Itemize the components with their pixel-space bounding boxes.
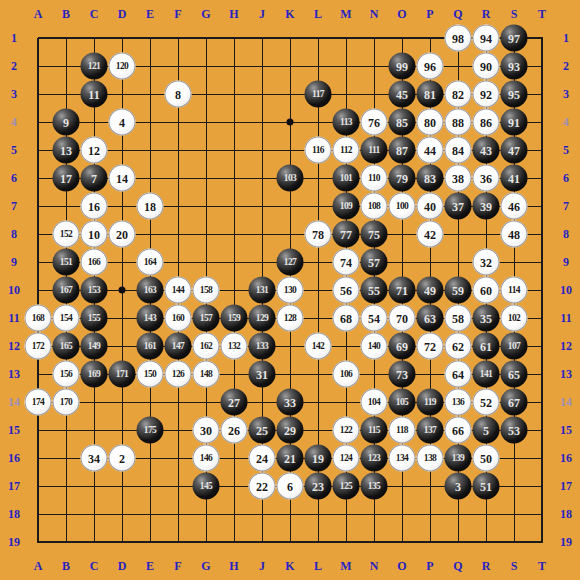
- col-label-bottom-J: J: [259, 560, 265, 572]
- stone-black-31[interactable]: 31: [249, 361, 276, 388]
- stone-black-151[interactable]: 151: [53, 249, 80, 276]
- stone-black-75[interactable]: 75: [361, 221, 388, 248]
- star-point-K4: [287, 119, 294, 126]
- stone-black-113[interactable]: 113: [333, 109, 360, 136]
- row-label-right-18: 18: [560, 508, 572, 520]
- stone-white-40[interactable]: 40: [417, 193, 444, 220]
- row-label-left-18: 18: [8, 508, 20, 520]
- stone-black-169[interactable]: 169: [81, 361, 108, 388]
- stone-white-162[interactable]: 162: [193, 333, 220, 360]
- stone-white-142[interactable]: 142: [305, 333, 332, 360]
- stone-black-39[interactable]: 39: [473, 193, 500, 220]
- stone-black-17[interactable]: 17: [53, 165, 80, 192]
- stone-white-82[interactable]: 82: [445, 81, 472, 108]
- stone-black-97[interactable]: 97: [501, 25, 528, 52]
- stone-black-21[interactable]: 21: [277, 445, 304, 472]
- stone-white-108[interactable]: 108: [361, 193, 388, 220]
- stone-white-4[interactable]: 4: [109, 109, 136, 136]
- stone-black-115[interactable]: 115: [361, 417, 388, 444]
- row-label-left-5: 5: [11, 144, 17, 156]
- col-label-bottom-Q: Q: [453, 560, 462, 572]
- stone-black-143[interactable]: 143: [137, 305, 164, 332]
- stone-black-65[interactable]: 65: [501, 361, 528, 388]
- stone-black-165[interactable]: 165: [53, 333, 80, 360]
- stone-black-59[interactable]: 59: [445, 277, 472, 304]
- stone-white-136[interactable]: 136: [445, 389, 472, 416]
- col-label-top-L: L: [314, 8, 322, 20]
- row-label-right-11: 11: [560, 312, 571, 324]
- stone-black-129[interactable]: 129: [249, 305, 276, 332]
- row-label-right-9: 9: [563, 256, 569, 268]
- stone-black-11[interactable]: 11: [81, 81, 108, 108]
- stone-white-160[interactable]: 160: [165, 305, 192, 332]
- stone-black-147[interactable]: 147: [165, 333, 192, 360]
- stone-white-110[interactable]: 110: [361, 165, 388, 192]
- stone-black-41[interactable]: 41: [501, 165, 528, 192]
- stone-white-58[interactable]: 58: [445, 305, 472, 332]
- stone-white-114[interactable]: 114: [501, 277, 528, 304]
- row-label-left-11: 11: [8, 312, 19, 324]
- stone-black-69[interactable]: 69: [389, 333, 416, 360]
- stone-black-29[interactable]: 29: [277, 417, 304, 444]
- stone-black-85[interactable]: 85: [389, 109, 416, 136]
- stone-black-81[interactable]: 81: [417, 81, 444, 108]
- stone-black-79[interactable]: 79: [389, 165, 416, 192]
- stone-white-134[interactable]: 134: [389, 445, 416, 472]
- stone-white-168[interactable]: 168: [25, 305, 52, 332]
- stone-white-164[interactable]: 164: [137, 249, 164, 276]
- row-label-right-15: 15: [560, 424, 572, 436]
- stone-white-68[interactable]: 68: [333, 305, 360, 332]
- stone-black-167[interactable]: 167: [53, 277, 80, 304]
- stone-white-52[interactable]: 52: [473, 389, 500, 416]
- stone-black-137[interactable]: 137: [417, 417, 444, 444]
- col-label-bottom-D: D: [118, 560, 127, 572]
- row-label-left-17: 17: [8, 480, 20, 492]
- stone-white-118[interactable]: 118: [389, 417, 416, 444]
- stone-black-139[interactable]: 139: [445, 445, 472, 472]
- stone-white-100[interactable]: 100: [389, 193, 416, 220]
- stone-white-96[interactable]: 96: [417, 53, 444, 80]
- stone-black-71[interactable]: 71: [389, 277, 416, 304]
- stone-black-163[interactable]: 163: [137, 277, 164, 304]
- stone-white-42[interactable]: 42: [417, 221, 444, 248]
- col-label-bottom-G: G: [201, 560, 210, 572]
- col-label-top-O: O: [397, 8, 406, 20]
- stone-white-50[interactable]: 50: [473, 445, 500, 472]
- stone-white-94[interactable]: 94: [473, 25, 500, 52]
- stone-black-119[interactable]: 119: [417, 389, 444, 416]
- stone-white-138[interactable]: 138: [417, 445, 444, 472]
- stone-black-105[interactable]: 105: [389, 389, 416, 416]
- stone-white-62[interactable]: 62: [445, 333, 472, 360]
- row-label-right-17: 17: [560, 480, 572, 492]
- stone-white-144[interactable]: 144: [165, 277, 192, 304]
- row-label-right-4: 4: [563, 116, 569, 128]
- stone-black-87[interactable]: 87: [389, 137, 416, 164]
- stone-white-46[interactable]: 46: [501, 193, 528, 220]
- row-label-right-16: 16: [560, 452, 572, 464]
- stone-black-171[interactable]: 171: [109, 361, 136, 388]
- stone-white-170[interactable]: 170: [53, 389, 80, 416]
- stone-black-133[interactable]: 133: [249, 333, 276, 360]
- stone-black-95[interactable]: 95: [501, 81, 528, 108]
- stone-black-49[interactable]: 49: [417, 277, 444, 304]
- stone-black-43[interactable]: 43: [473, 137, 500, 164]
- stone-white-90[interactable]: 90: [473, 53, 500, 80]
- stone-white-54[interactable]: 54: [361, 305, 388, 332]
- stone-white-172[interactable]: 172: [25, 333, 52, 360]
- stone-white-124[interactable]: 124: [333, 445, 360, 472]
- stone-white-174[interactable]: 174: [25, 389, 52, 416]
- row-label-left-12: 12: [8, 340, 20, 352]
- stone-white-156[interactable]: 156: [53, 361, 80, 388]
- stone-black-37[interactable]: 37: [445, 193, 472, 220]
- stone-white-60[interactable]: 60: [473, 277, 500, 304]
- stone-black-57[interactable]: 57: [361, 249, 388, 276]
- stone-black-141[interactable]: 141: [473, 361, 500, 388]
- col-label-top-D: D: [118, 8, 127, 20]
- stone-black-5[interactable]: 5: [473, 417, 500, 444]
- col-label-top-E: E: [146, 8, 154, 20]
- stone-white-128[interactable]: 128: [277, 305, 304, 332]
- stone-black-109[interactable]: 109: [333, 193, 360, 220]
- grid-line-row-18: [38, 514, 543, 515]
- stone-black-13[interactable]: 13: [53, 137, 80, 164]
- row-label-right-19: 19: [560, 536, 572, 548]
- stone-white-10[interactable]: 10: [81, 221, 108, 248]
- stone-black-123[interactable]: 123: [361, 445, 388, 472]
- stone-black-25[interactable]: 25: [249, 417, 276, 444]
- col-label-top-R: R: [482, 8, 491, 20]
- stone-white-76[interactable]: 76: [361, 109, 388, 136]
- stone-white-56[interactable]: 56: [333, 277, 360, 304]
- stone-black-33[interactable]: 33: [277, 389, 304, 416]
- stone-white-102[interactable]: 102: [501, 305, 528, 332]
- stone-black-161[interactable]: 161: [137, 333, 164, 360]
- stone-black-51[interactable]: 51: [473, 473, 500, 500]
- stone-black-117[interactable]: 117: [305, 81, 332, 108]
- stone-white-104[interactable]: 104: [361, 389, 388, 416]
- stone-white-88[interactable]: 88: [445, 109, 472, 136]
- row-label-left-15: 15: [8, 424, 20, 436]
- row-label-left-7: 7: [11, 200, 17, 212]
- col-label-top-S: S: [511, 8, 518, 20]
- stone-white-2[interactable]: 2: [109, 445, 136, 472]
- stone-white-22[interactable]: 22: [249, 473, 276, 500]
- col-label-top-B: B: [62, 8, 70, 20]
- col-label-top-G: G: [201, 8, 210, 20]
- stone-white-130[interactable]: 130: [277, 277, 304, 304]
- stone-white-80[interactable]: 80: [417, 109, 444, 136]
- stone-white-84[interactable]: 84: [445, 137, 472, 164]
- stone-black-145[interactable]: 145: [193, 473, 220, 500]
- stone-black-55[interactable]: 55: [361, 277, 388, 304]
- stone-white-18[interactable]: 18: [137, 193, 164, 220]
- stone-white-152[interactable]: 152: [53, 221, 80, 248]
- row-label-right-6: 6: [563, 172, 569, 184]
- stone-white-66[interactable]: 66: [445, 417, 472, 444]
- stone-white-26[interactable]: 26: [221, 417, 248, 444]
- stone-white-122[interactable]: 122: [333, 417, 360, 444]
- col-label-top-M: M: [340, 8, 351, 20]
- col-label-bottom-S: S: [511, 560, 518, 572]
- stone-black-135[interactable]: 135: [361, 473, 388, 500]
- col-label-bottom-N: N: [370, 560, 379, 572]
- stone-black-157[interactable]: 157: [193, 305, 220, 332]
- stone-black-153[interactable]: 153: [81, 277, 108, 304]
- row-label-left-1: 1: [11, 32, 17, 44]
- stone-white-116[interactable]: 116: [305, 137, 332, 164]
- stone-white-112[interactable]: 112: [333, 137, 360, 164]
- stone-white-120[interactable]: 120: [109, 53, 136, 80]
- row-label-left-13: 13: [8, 368, 20, 380]
- row-label-left-6: 6: [11, 172, 17, 184]
- stone-black-121[interactable]: 121: [81, 53, 108, 80]
- stone-white-132[interactable]: 132: [221, 333, 248, 360]
- row-label-left-19: 19: [8, 536, 20, 548]
- row-label-right-13: 13: [560, 368, 572, 380]
- col-label-bottom-F: F: [174, 560, 181, 572]
- stone-white-14[interactable]: 14: [109, 165, 136, 192]
- star-point-D10: [119, 287, 126, 294]
- stone-black-149[interactable]: 149: [81, 333, 108, 360]
- stone-black-101[interactable]: 101: [333, 165, 360, 192]
- stone-black-45[interactable]: 45: [389, 81, 416, 108]
- row-label-left-3: 3: [11, 88, 17, 100]
- stone-white-74[interactable]: 74: [333, 249, 360, 276]
- stone-black-47[interactable]: 47: [501, 137, 528, 164]
- col-label-top-J: J: [259, 8, 265, 20]
- stone-black-175[interactable]: 175: [137, 417, 164, 444]
- stone-black-73[interactable]: 73: [389, 361, 416, 388]
- stone-black-107[interactable]: 107: [501, 333, 528, 360]
- row-label-right-2: 2: [563, 60, 569, 72]
- stone-black-103[interactable]: 103: [277, 165, 304, 192]
- stone-black-127[interactable]: 127: [277, 249, 304, 276]
- row-label-right-1: 1: [563, 32, 569, 44]
- row-label-left-16: 16: [8, 452, 20, 464]
- row-label-left-2: 2: [11, 60, 17, 72]
- stone-white-150[interactable]: 150: [137, 361, 164, 388]
- stone-black-19[interactable]: 19: [305, 445, 332, 472]
- col-label-bottom-O: O: [397, 560, 406, 572]
- go-board[interactable]: AABBCCDDEEFFGGHHJJKKLLMMNNOOPPQQRRSSTT11…: [0, 0, 580, 580]
- stone-white-6[interactable]: 6: [277, 473, 304, 500]
- row-label-right-5: 5: [563, 144, 569, 156]
- stone-white-72[interactable]: 72: [417, 333, 444, 360]
- col-label-top-T: T: [538, 8, 546, 20]
- stone-black-93[interactable]: 93: [501, 53, 528, 80]
- col-label-top-Q: Q: [453, 8, 462, 20]
- col-label-top-A: A: [34, 8, 43, 20]
- stone-black-61[interactable]: 61: [473, 333, 500, 360]
- col-label-bottom-K: K: [285, 560, 294, 572]
- stone-white-32[interactable]: 32: [473, 249, 500, 276]
- stone-white-12[interactable]: 12: [81, 137, 108, 164]
- stone-white-148[interactable]: 148: [193, 361, 220, 388]
- stone-white-140[interactable]: 140: [361, 333, 388, 360]
- col-label-bottom-R: R: [482, 560, 491, 572]
- stone-white-78[interactable]: 78: [305, 221, 332, 248]
- col-label-bottom-M: M: [340, 560, 351, 572]
- stone-white-8[interactable]: 8: [165, 81, 192, 108]
- stone-black-3[interactable]: 3: [445, 473, 472, 500]
- col-label-top-F: F: [174, 8, 181, 20]
- stone-white-20[interactable]: 20: [109, 221, 136, 248]
- stone-white-146[interactable]: 146: [193, 445, 220, 472]
- stone-white-44[interactable]: 44: [417, 137, 444, 164]
- row-label-left-14: 14: [8, 396, 20, 408]
- stone-white-158[interactable]: 158: [193, 277, 220, 304]
- row-label-right-3: 3: [563, 88, 569, 100]
- stone-white-24[interactable]: 24: [249, 445, 276, 472]
- stone-black-111[interactable]: 111: [361, 137, 388, 164]
- stone-black-27[interactable]: 27: [221, 389, 248, 416]
- row-label-right-14: 14: [560, 396, 572, 408]
- row-label-left-8: 8: [11, 228, 17, 240]
- stone-white-38[interactable]: 38: [445, 165, 472, 192]
- stone-black-63[interactable]: 63: [417, 305, 444, 332]
- col-label-bottom-B: B: [62, 560, 70, 572]
- stone-black-9[interactable]: 9: [53, 109, 80, 136]
- stone-black-35[interactable]: 35: [473, 305, 500, 332]
- row-label-left-10: 10: [8, 284, 20, 296]
- stone-white-64[interactable]: 64: [445, 361, 472, 388]
- stone-white-106[interactable]: 106: [333, 361, 360, 388]
- stone-white-30[interactable]: 30: [193, 417, 220, 444]
- col-label-bottom-E: E: [146, 560, 154, 572]
- row-label-left-9: 9: [11, 256, 17, 268]
- col-label-bottom-T: T: [538, 560, 546, 572]
- stone-black-77[interactable]: 77: [333, 221, 360, 248]
- col-label-top-H: H: [229, 8, 238, 20]
- stone-white-70[interactable]: 70: [389, 305, 416, 332]
- stone-black-83[interactable]: 83: [417, 165, 444, 192]
- col-label-bottom-P: P: [426, 560, 433, 572]
- col-label-top-P: P: [426, 8, 433, 20]
- row-label-right-10: 10: [560, 284, 572, 296]
- stone-black-91[interactable]: 91: [501, 109, 528, 136]
- row-label-right-7: 7: [563, 200, 569, 212]
- stone-white-48[interactable]: 48: [501, 221, 528, 248]
- row-label-right-8: 8: [563, 228, 569, 240]
- stone-black-67[interactable]: 67: [501, 389, 528, 416]
- col-label-top-N: N: [370, 8, 379, 20]
- stone-black-155[interactable]: 155: [81, 305, 108, 332]
- stone-black-131[interactable]: 131: [249, 277, 276, 304]
- stone-white-36[interactable]: 36: [473, 165, 500, 192]
- col-label-top-K: K: [285, 8, 294, 20]
- stone-black-53[interactable]: 53: [501, 417, 528, 444]
- col-label-bottom-H: H: [229, 560, 238, 572]
- stone-white-126[interactable]: 126: [165, 361, 192, 388]
- stone-black-125[interactable]: 125: [333, 473, 360, 500]
- stone-black-7[interactable]: 7: [81, 165, 108, 192]
- stone-black-159[interactable]: 159: [221, 305, 248, 332]
- row-label-left-4: 4: [11, 116, 17, 128]
- stone-white-98[interactable]: 98: [445, 25, 472, 52]
- row-label-right-12: 12: [560, 340, 572, 352]
- grid-line-row-19: [38, 541, 543, 543]
- stone-black-99[interactable]: 99: [389, 53, 416, 80]
- stone-white-16[interactable]: 16: [81, 193, 108, 220]
- col-label-bottom-C: C: [90, 560, 99, 572]
- stone-white-34[interactable]: 34: [81, 445, 108, 472]
- stone-white-154[interactable]: 154: [53, 305, 80, 332]
- stone-black-23[interactable]: 23: [305, 473, 332, 500]
- col-label-top-C: C: [90, 8, 99, 20]
- stone-white-166[interactable]: 166: [81, 249, 108, 276]
- col-label-bottom-A: A: [34, 560, 43, 572]
- col-label-bottom-L: L: [314, 560, 322, 572]
- stone-white-92[interactable]: 92: [473, 81, 500, 108]
- stone-white-86[interactable]: 86: [473, 109, 500, 136]
